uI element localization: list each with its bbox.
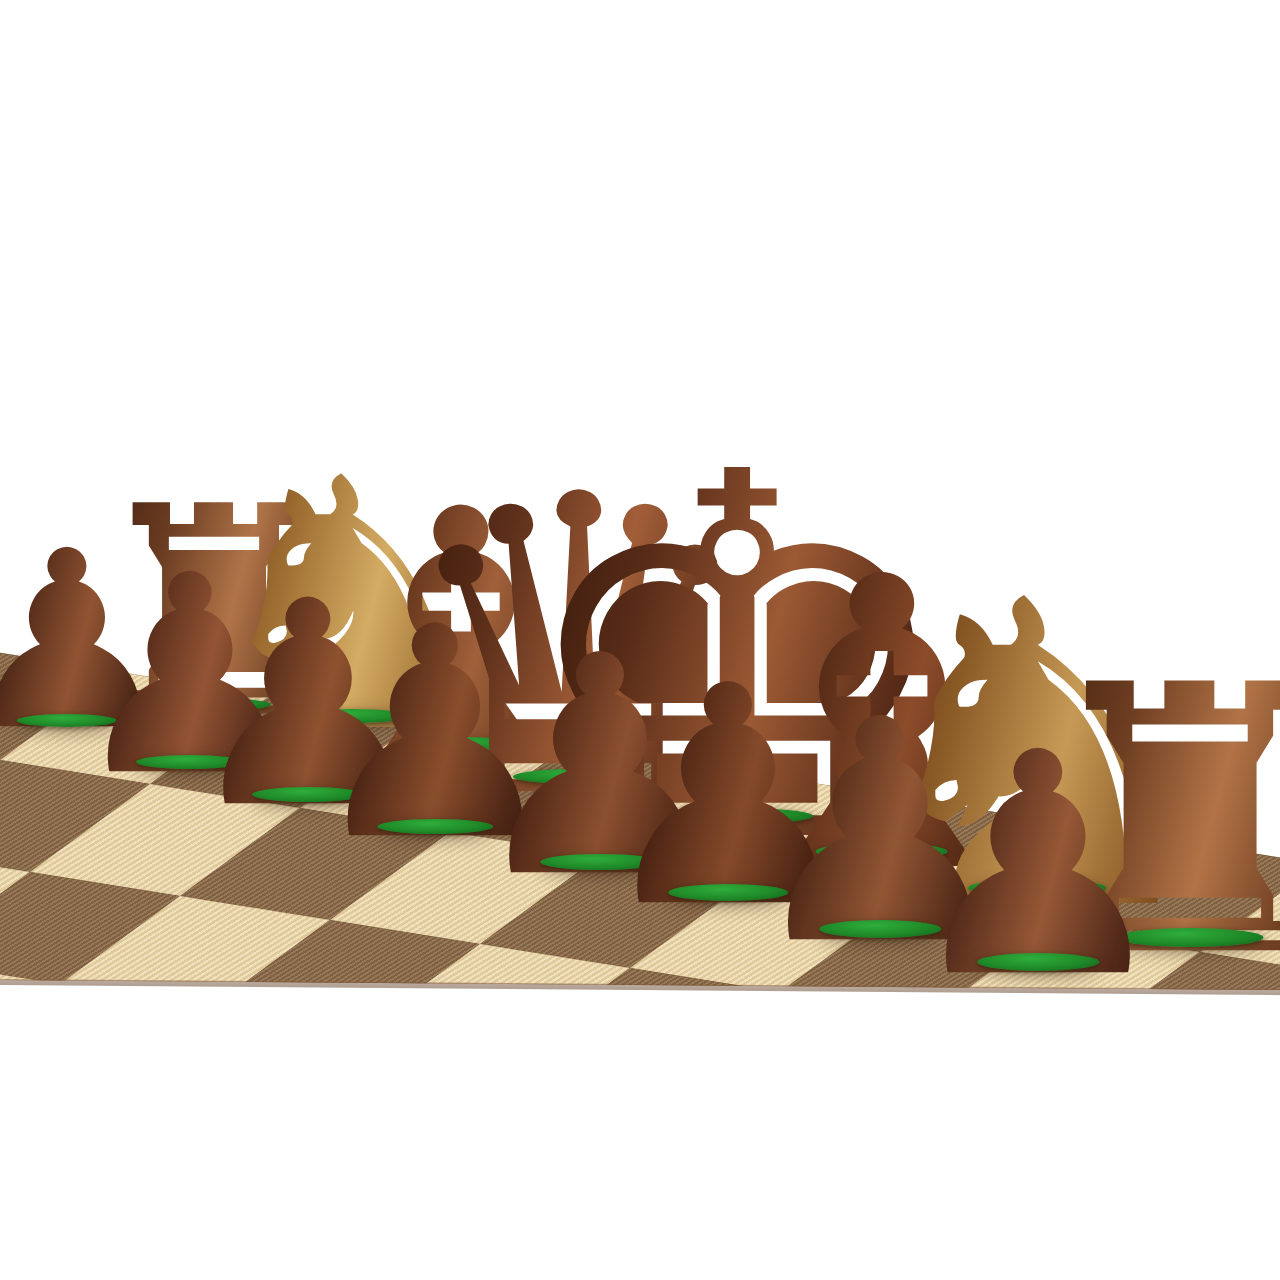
board-square[interactable]	[720, 1216, 990, 1280]
board-square[interactable]	[120, 1120, 390, 1232]
board-square[interactable]	[420, 1168, 690, 1280]
board-square[interactable]	[840, 1128, 1110, 1240]
board-square[interactable]	[570, 1192, 840, 1280]
board-square[interactable]	[0, 984, 210, 1096]
board-square[interactable]	[0, 1184, 120, 1280]
green-felt-base	[977, 953, 1099, 971]
board-square[interactable]	[270, 1144, 540, 1256]
board-square[interactable]	[0, 1072, 90, 1184]
board-square[interactable]	[150, 1232, 420, 1280]
h-pawn-glyph: ♟	[900, 712, 1175, 1019]
board-square[interactable]	[870, 1240, 1140, 1280]
board-square[interactable]	[240, 1032, 510, 1144]
board-square[interactable]	[1110, 1064, 1280, 1176]
board-square[interactable]	[540, 1080, 810, 1192]
board-square[interactable]	[990, 1152, 1260, 1264]
board-square[interactable]	[0, 1096, 240, 1208]
board-square[interactable]	[960, 1040, 1230, 1152]
chess-product-photo: ♜♞♟♝♟♛♟♚♟♝♟♞♟♟♜♟	[0, 0, 1280, 1280]
board-square[interactable]	[300, 1256, 570, 1280]
board-square[interactable]	[690, 1104, 960, 1216]
piece-h-pawn[interactable]: ♟	[900, 712, 1175, 1019]
board-square[interactable]	[0, 1208, 270, 1280]
board-square[interactable]	[390, 1056, 660, 1168]
board-square[interactable]	[90, 1008, 360, 1120]
